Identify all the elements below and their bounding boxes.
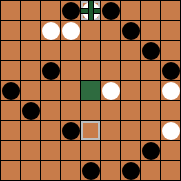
cell-c3-r1[interactable] [61, 21, 80, 40]
cell-c0-r8[interactable] [1, 161, 20, 180]
cell-c6-r0[interactable] [121, 1, 140, 20]
cell-c7-r3[interactable] [141, 61, 160, 80]
black-attacker-stone[interactable] [62, 2, 80, 20]
cell-c8-r4[interactable] [161, 81, 180, 100]
cell-c2-r6[interactable] [41, 121, 60, 140]
cell-c1-r8[interactable] [21, 161, 40, 180]
cell-c3-r2[interactable] [61, 41, 80, 60]
cell-c7-r0[interactable] [141, 1, 160, 20]
cell-c3-r6[interactable] [61, 121, 80, 140]
black-attacker-stone[interactable] [102, 2, 120, 20]
cell-c5-r8[interactable] [101, 161, 120, 180]
black-attacker-stone[interactable] [162, 62, 180, 80]
throne-square[interactable] [81, 81, 100, 100]
white-defender-stone[interactable] [42, 22, 60, 40]
white-defender-stone[interactable] [162, 122, 180, 140]
cell-c5-r0[interactable] [101, 1, 120, 20]
cell-c3-r8[interactable] [61, 161, 80, 180]
cell-c8-r1[interactable] [161, 21, 180, 40]
cell-c5-r4[interactable] [101, 81, 120, 100]
cell-c4-r0[interactable] [81, 1, 100, 20]
black-attacker-stone[interactable] [142, 142, 160, 160]
white-defender-stone[interactable] [102, 82, 120, 100]
cell-c6-r1[interactable] [121, 21, 140, 40]
white-defender-stone[interactable] [162, 82, 180, 100]
cell-c0-r4[interactable] [1, 81, 20, 100]
cell-c2-r0[interactable] [41, 1, 60, 20]
cell-c7-r6[interactable] [141, 121, 160, 140]
cell-c0-r0[interactable] [1, 1, 20, 20]
black-attacker-stone[interactable] [82, 162, 100, 180]
cell-c0-r5[interactable] [1, 101, 20, 120]
cell-c3-r0[interactable] [61, 1, 80, 20]
cell-c5-r7[interactable] [101, 141, 120, 160]
black-attacker-stone[interactable] [142, 42, 160, 60]
cell-c2-r3[interactable] [41, 61, 60, 80]
cell-c5-r1[interactable] [101, 21, 120, 40]
cell-c1-r5[interactable] [21, 101, 40, 120]
cell-c8-r8[interactable] [161, 161, 180, 180]
cell-c4-r2[interactable] [81, 41, 100, 60]
cell-c3-r3[interactable] [61, 61, 80, 80]
cell-c6-r5[interactable] [121, 101, 140, 120]
cell-c6-r4[interactable] [121, 81, 140, 100]
cell-c3-r5[interactable] [61, 101, 80, 120]
cell-c7-r8[interactable] [141, 161, 160, 180]
cell-c8-r2[interactable] [161, 41, 180, 60]
black-attacker-stone[interactable] [22, 102, 40, 120]
black-attacker-stone[interactable] [122, 162, 140, 180]
cell-c1-r4[interactable] [21, 81, 40, 100]
cell-c6-r6[interactable] [121, 121, 140, 140]
tafl-board [0, 0, 181, 181]
cell-c1-r1[interactable] [21, 21, 40, 40]
cell-c8-r7[interactable] [161, 141, 180, 160]
cell-c2-r8[interactable] [41, 161, 60, 180]
cell-c1-r3[interactable] [21, 61, 40, 80]
cell-c0-r2[interactable] [1, 41, 20, 60]
black-attacker-stone[interactable] [62, 122, 80, 140]
cell-c7-r4[interactable] [141, 81, 160, 100]
cell-c5-r2[interactable] [101, 41, 120, 60]
cell-c6-r3[interactable] [121, 61, 140, 80]
cell-c1-r7[interactable] [21, 141, 40, 160]
cell-c6-r8[interactable] [121, 161, 140, 180]
cell-c4-r5[interactable] [81, 101, 100, 120]
cell-c2-r4[interactable] [41, 81, 60, 100]
cell-c5-r5[interactable] [101, 101, 120, 120]
cell-c4-r8[interactable] [81, 161, 100, 180]
cell-c0-r3[interactable] [1, 61, 20, 80]
cell-c6-r7[interactable] [121, 141, 140, 160]
cell-c7-r2[interactable] [141, 41, 160, 60]
cell-c4-r7[interactable] [81, 141, 100, 160]
cell-c2-r1[interactable] [41, 21, 60, 40]
cell-c8-r6[interactable] [161, 121, 180, 140]
cell-c8-r5[interactable] [161, 101, 180, 120]
cell-c1-r0[interactable] [21, 1, 40, 20]
cell-c5-r3[interactable] [101, 61, 120, 80]
cell-c1-r6[interactable] [21, 121, 40, 140]
king-cross-icon [88, 1, 94, 20]
white-defender-stone[interactable] [62, 22, 80, 40]
cell-c4-r3[interactable] [81, 61, 100, 80]
cell-c6-r2[interactable] [121, 41, 140, 60]
cell-c1-r2[interactable] [21, 41, 40, 60]
cell-c4-r6[interactable] [81, 121, 100, 140]
cell-c2-r2[interactable] [41, 41, 60, 60]
cell-c3-r4[interactable] [61, 81, 80, 100]
cell-c3-r7[interactable] [61, 141, 80, 160]
cell-c7-r1[interactable] [141, 21, 160, 40]
cell-c5-r6[interactable] [101, 121, 120, 140]
black-attacker-stone[interactable] [122, 22, 140, 40]
cell-c7-r7[interactable] [141, 141, 160, 160]
cell-c0-r6[interactable] [1, 121, 20, 140]
cell-c2-r7[interactable] [41, 141, 60, 160]
cell-c8-r0[interactable] [161, 1, 180, 20]
black-attacker-stone[interactable] [2, 82, 20, 100]
cell-c4-r1[interactable] [81, 21, 100, 40]
cell-c0-r1[interactable] [1, 21, 20, 40]
cell-c0-r7[interactable] [1, 141, 20, 160]
cell-c7-r5[interactable] [141, 101, 160, 120]
cell-c8-r3[interactable] [161, 61, 180, 80]
black-attacker-stone[interactable] [42, 62, 60, 80]
cell-c2-r5[interactable] [41, 101, 60, 120]
